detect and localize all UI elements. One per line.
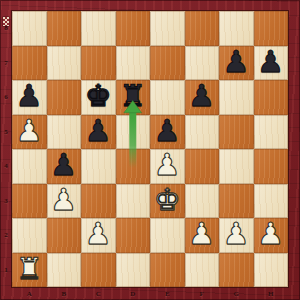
square-c1[interactable] bbox=[81, 253, 116, 288]
square-g8[interactable] bbox=[219, 11, 254, 46]
square-e4[interactable]: ♟ bbox=[150, 149, 185, 184]
file-label-e: E bbox=[150, 287, 185, 300]
file-label-a: A bbox=[12, 287, 47, 300]
piece-black-pawn[interactable]: ♟ bbox=[154, 114, 181, 149]
chess-board-frame: 87654321 ABCDEFGH ♟♟♟♚♜♟♟♟♟♟♟♟♚♟♟♟♟♜ bbox=[0, 0, 300, 300]
square-a7[interactable] bbox=[12, 46, 47, 81]
piece-white-pawn[interactable]: ♟ bbox=[85, 217, 112, 252]
square-c8[interactable] bbox=[81, 11, 116, 46]
file-label-g: G bbox=[219, 287, 254, 300]
piece-white-pawn[interactable]: ♟ bbox=[223, 217, 250, 252]
rank-label-3: 3 bbox=[0, 184, 12, 219]
square-a3[interactable] bbox=[12, 184, 47, 219]
square-e6[interactable] bbox=[150, 80, 185, 115]
piece-black-pawn[interactable]: ♟ bbox=[223, 45, 250, 80]
piece-black-king[interactable]: ♚ bbox=[85, 79, 112, 114]
square-g7[interactable]: ♟ bbox=[219, 46, 254, 81]
piece-white-pawn[interactable]: ♟ bbox=[188, 217, 215, 252]
square-a8[interactable] bbox=[12, 11, 47, 46]
piece-white-pawn[interactable]: ♟ bbox=[257, 217, 284, 252]
square-d6[interactable]: ♜ bbox=[116, 80, 151, 115]
square-c7[interactable] bbox=[81, 46, 116, 81]
square-d7[interactable] bbox=[116, 46, 151, 81]
file-label-f: F bbox=[185, 287, 220, 300]
piece-white-king[interactable]: ♚ bbox=[154, 183, 181, 218]
file-labels: ABCDEFGH bbox=[12, 287, 288, 300]
square-c3[interactable] bbox=[81, 184, 116, 219]
square-e2[interactable] bbox=[150, 218, 185, 253]
piece-white-pawn[interactable]: ♟ bbox=[16, 114, 43, 149]
square-b5[interactable] bbox=[47, 115, 82, 150]
square-a1[interactable]: ♜ bbox=[12, 253, 47, 288]
square-e8[interactable] bbox=[150, 11, 185, 46]
piece-black-pawn[interactable]: ♟ bbox=[50, 148, 77, 183]
piece-black-pawn[interactable]: ♟ bbox=[16, 79, 43, 114]
square-d4[interactable] bbox=[116, 149, 151, 184]
rank-label-2: 2 bbox=[0, 218, 12, 253]
piece-white-pawn[interactable]: ♟ bbox=[154, 148, 181, 183]
square-a6[interactable]: ♟ bbox=[12, 80, 47, 115]
square-d2[interactable] bbox=[116, 218, 151, 253]
file-label-h: H bbox=[254, 287, 289, 300]
square-b4[interactable]: ♟ bbox=[47, 149, 82, 184]
rank-label-5: 5 bbox=[0, 115, 12, 150]
chess-board[interactable]: ♟♟♟♚♜♟♟♟♟♟♟♟♚♟♟♟♟♜ bbox=[12, 11, 288, 287]
square-b2[interactable] bbox=[47, 218, 82, 253]
square-h3[interactable] bbox=[254, 184, 289, 219]
piece-black-pawn[interactable]: ♟ bbox=[85, 114, 112, 149]
square-c2[interactable]: ♟ bbox=[81, 218, 116, 253]
square-d8[interactable] bbox=[116, 11, 151, 46]
piece-white-pawn[interactable]: ♟ bbox=[50, 183, 77, 218]
square-c4[interactable] bbox=[81, 149, 116, 184]
square-b7[interactable] bbox=[47, 46, 82, 81]
square-h7[interactable]: ♟ bbox=[254, 46, 289, 81]
rank-label-6: 6 bbox=[0, 80, 12, 115]
square-f8[interactable] bbox=[185, 11, 220, 46]
square-h2[interactable]: ♟ bbox=[254, 218, 289, 253]
piece-white-rook[interactable]: ♜ bbox=[16, 252, 43, 287]
square-f2[interactable]: ♟ bbox=[185, 218, 220, 253]
piece-black-rook[interactable]: ♜ bbox=[119, 79, 146, 114]
rank-label-7: 7 bbox=[0, 46, 12, 81]
square-f3[interactable] bbox=[185, 184, 220, 219]
square-h5[interactable] bbox=[254, 115, 289, 150]
square-f6[interactable]: ♟ bbox=[185, 80, 220, 115]
square-e3[interactable]: ♚ bbox=[150, 184, 185, 219]
square-b3[interactable]: ♟ bbox=[47, 184, 82, 219]
mini-board-icon bbox=[3, 17, 9, 26]
file-label-b: B bbox=[47, 287, 82, 300]
rank-labels: 87654321 bbox=[0, 11, 12, 287]
square-g6[interactable] bbox=[219, 80, 254, 115]
square-g1[interactable] bbox=[219, 253, 254, 288]
rank-label-1: 1 bbox=[0, 253, 12, 288]
square-b8[interactable] bbox=[47, 11, 82, 46]
square-a4[interactable] bbox=[12, 149, 47, 184]
square-h4[interactable] bbox=[254, 149, 289, 184]
square-d3[interactable] bbox=[116, 184, 151, 219]
square-e5[interactable]: ♟ bbox=[150, 115, 185, 150]
piece-black-pawn[interactable]: ♟ bbox=[257, 45, 284, 80]
square-b1[interactable] bbox=[47, 253, 82, 288]
square-h8[interactable] bbox=[254, 11, 289, 46]
rank-label-4: 4 bbox=[0, 149, 12, 184]
file-label-d: D bbox=[116, 287, 151, 300]
square-a2[interactable] bbox=[12, 218, 47, 253]
square-c6[interactable]: ♚ bbox=[81, 80, 116, 115]
square-e1[interactable] bbox=[150, 253, 185, 288]
square-e7[interactable] bbox=[150, 46, 185, 81]
square-f5[interactable] bbox=[185, 115, 220, 150]
file-label-c: C bbox=[81, 287, 116, 300]
square-h1[interactable] bbox=[254, 253, 289, 288]
square-h6[interactable] bbox=[254, 80, 289, 115]
square-g4[interactable] bbox=[219, 149, 254, 184]
square-d5[interactable] bbox=[116, 115, 151, 150]
square-g5[interactable] bbox=[219, 115, 254, 150]
square-b6[interactable] bbox=[47, 80, 82, 115]
square-d1[interactable] bbox=[116, 253, 151, 288]
square-f1[interactable] bbox=[185, 253, 220, 288]
square-c5[interactable]: ♟ bbox=[81, 115, 116, 150]
square-a5[interactable]: ♟ bbox=[12, 115, 47, 150]
square-g2[interactable]: ♟ bbox=[219, 218, 254, 253]
square-g3[interactable] bbox=[219, 184, 254, 219]
piece-black-pawn[interactable]: ♟ bbox=[188, 79, 215, 114]
square-f7[interactable] bbox=[185, 46, 220, 81]
square-f4[interactable] bbox=[185, 149, 220, 184]
